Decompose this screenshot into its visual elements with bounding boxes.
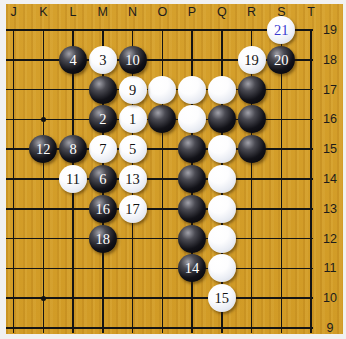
grid-hline-13 [6,208,313,210]
stone-white-Q10: 15 [208,284,236,312]
column-label-Q: Q [212,5,232,20]
stone-black-R15 [238,135,266,163]
stone-white-N17: 9 [119,76,147,104]
stone-black-P15 [178,135,206,163]
column-label-N: N [123,5,143,20]
stone-white-N14: 13 [119,165,147,193]
stone-black-P12 [178,225,206,253]
column-label-O: O [152,5,172,20]
stone-white-S19: 21 [267,16,295,44]
stone-black-R17 [238,76,266,104]
stone-black-L18: 4 [59,46,87,74]
stone-black-L15: 8 [59,135,87,163]
stone-white-P17 [178,76,206,104]
go-diagram-screenshot: JKLMNOPQRST19181716151413121110912345678… [0,0,346,339]
row-label-14: 14 [317,171,343,187]
row-label-19: 19 [317,22,343,38]
row-label-16: 16 [317,111,343,127]
stone-black-N18: 10 [119,46,147,74]
grid-hline-14 [6,178,313,180]
stone-white-Q17 [208,76,236,104]
stone-white-R18: 19 [238,46,266,74]
grid-hline-12 [6,238,313,240]
stone-white-L14: 11 [59,165,87,193]
grid-hline-10 [6,297,313,299]
row-label-17: 17 [317,82,343,98]
grid-vline-S [281,29,283,334]
stone-white-P16 [178,105,206,133]
grid-vline-K [43,29,45,334]
row-label-13: 13 [317,201,343,217]
stone-black-S18: 20 [267,46,295,74]
grid-hline-9 [6,327,313,329]
stone-white-M15: 7 [89,135,117,163]
stone-black-P13 [178,195,206,223]
column-label-J: J [4,5,24,20]
stone-white-O17 [148,76,176,104]
stone-black-Q16 [208,105,236,133]
stone-black-P11: 14 [178,254,206,282]
star-point-K10 [41,296,46,301]
stone-white-N13: 17 [119,195,147,223]
stone-black-M14: 6 [89,165,117,193]
stone-white-Q14 [208,165,236,193]
stone-white-Q15 [208,135,236,163]
stone-black-M12: 18 [89,225,117,253]
stone-black-M17 [89,76,117,104]
grid-vline-R [251,29,253,334]
grid-vline-O [162,29,164,334]
stone-white-M18: 3 [89,46,117,74]
row-label-10: 10 [317,290,343,306]
row-label-11: 11 [317,260,343,276]
grid-vline-J [13,29,15,334]
star-point-K16 [41,117,46,122]
column-label-T: T [301,5,321,20]
stone-black-K15: 12 [29,135,57,163]
grid-hline-11 [6,268,313,270]
row-label-15: 15 [317,141,343,157]
go-board[interactable]: JKLMNOPQRST19181716151413121110912345678… [6,4,343,334]
stone-white-Q11 [208,254,236,282]
row-label-12: 12 [317,231,343,247]
stone-white-Q13 [208,195,236,223]
stone-black-R16 [238,105,266,133]
column-label-M: M [93,5,113,20]
stone-white-N15: 5 [119,135,147,163]
grid-vline-T [310,29,313,334]
column-label-R: R [242,5,262,20]
stone-white-N16: 1 [119,105,147,133]
stone-black-M16: 2 [89,105,117,133]
stone-black-O16 [148,105,176,133]
column-label-K: K [33,5,53,20]
row-label-18: 18 [317,52,343,68]
row-label-9: 9 [317,320,343,336]
column-label-P: P [182,5,202,20]
stone-black-P14 [178,165,206,193]
stone-white-Q12 [208,225,236,253]
stone-black-M13: 16 [89,195,117,223]
column-label-L: L [63,5,83,20]
